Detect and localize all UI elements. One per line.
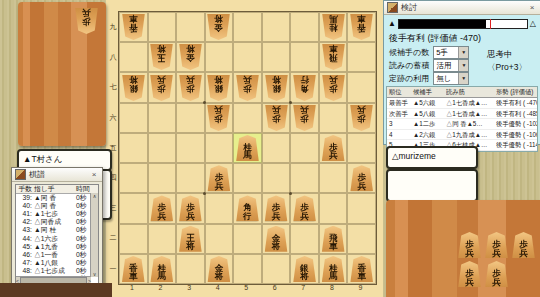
kifu-move-row[interactable]: 43:▲同 桂0秒	[16, 226, 98, 234]
sente-piece-金将[interactable]: 金将	[179, 44, 202, 70]
board-square-3八[interactable]: 金将	[176, 42, 205, 72]
piece-kanji: 金将	[215, 264, 224, 282]
board-square-9五[interactable]	[347, 133, 376, 163]
board-square-2五[interactable]	[148, 133, 177, 163]
chevron-down-icon[interactable]: ▼	[458, 73, 468, 84]
board-square-8三[interactable]	[319, 193, 348, 223]
gote-piece-金将[interactable]: 金将	[265, 226, 288, 252]
board-square-2九[interactable]	[148, 12, 177, 42]
analysis-window: 検討 × ▲ △ 後手有利 (評価値 -470) 候補手の数5手▼読みの蓄積活用…	[383, 0, 540, 145]
sente-piece-歩兵[interactable]: 歩兵	[293, 105, 316, 131]
board-square-2一[interactable]: 桂馬	[148, 254, 177, 284]
sente-piece-銀将[interactable]: 銀将	[207, 75, 230, 101]
gote-piece-歩兵[interactable]: 歩兵	[350, 165, 373, 191]
piece-kanji: 歩兵	[158, 203, 167, 221]
board-square-5六[interactable]	[233, 103, 262, 133]
sente-piece-飛車[interactable]: 飛車	[322, 44, 345, 70]
board-square-9八[interactable]	[347, 42, 376, 72]
piece-kanji: 歩兵	[465, 269, 474, 287]
sente-piece-玉将[interactable]: 玉将	[150, 44, 173, 70]
sente-piece-銀将[interactable]: 銀将	[122, 75, 145, 101]
shogi-board-grid[interactable]: 香車金将桂馬香車玉将金将飛車銀将歩兵歩兵銀将歩兵銀将角行歩兵歩兵歩兵歩兵歩兵桂馬…	[118, 11, 377, 285]
sente-piece-歩兵[interactable]: 歩兵	[75, 8, 98, 34]
board-square-1一[interactable]: 香車	[119, 254, 148, 284]
piece-kanji: 歩兵	[329, 75, 338, 93]
board-square-4六[interactable]: 歩兵	[205, 103, 234, 133]
board-square-4五[interactable]	[205, 133, 234, 163]
piece-kanji: 桂馬	[329, 264, 338, 282]
chevron-down-icon[interactable]: ▼	[458, 60, 468, 71]
kifu-move-row[interactable]: 48:△1七歩成0秒	[16, 267, 98, 275]
board-square-7九[interactable]	[290, 12, 319, 42]
kifu-move-row[interactable]: 44:△1六歩0秒	[16, 235, 98, 243]
piece-kanji: 歩兵	[492, 269, 501, 287]
board-square-1八[interactable]	[119, 42, 148, 72]
board-square-9四[interactable]: 歩兵	[347, 163, 376, 193]
board-square-5三[interactable]: 角行	[233, 193, 262, 223]
file-label-8: 8	[327, 284, 337, 291]
board-square-3二[interactable]: 王将	[176, 224, 205, 254]
board-square-5四[interactable]	[233, 163, 262, 193]
board-square-5五[interactable]: 桂馬	[233, 133, 262, 163]
board-square-4二[interactable]	[205, 224, 234, 254]
gote-piece-王将[interactable]: 王将	[179, 226, 202, 252]
board-square-4一[interactable]: 金将	[205, 254, 234, 284]
board-square-1七[interactable]: 銀将	[119, 72, 148, 102]
file-label-7: 7	[298, 284, 308, 291]
board-square-9一[interactable]: 香車	[347, 254, 376, 284]
board-square-8四[interactable]	[319, 163, 348, 193]
thinking-status: 思考中	[487, 49, 513, 61]
piece-kanji: 歩兵	[357, 173, 366, 191]
piece-kanji: 桂馬	[158, 264, 167, 282]
gote-piece-銀将[interactable]: 銀将	[293, 256, 316, 282]
rank-label-二: 二	[108, 233, 118, 243]
piece-kanji: 銀将	[215, 75, 224, 93]
kifu-move-list[interactable]: 手数指し手時間39:▲同 香0秒40:△同 香0秒41:▲1七歩0秒42:△同香…	[15, 184, 99, 285]
gote-piece-歩兵[interactable]: 歩兵	[179, 195, 202, 221]
board-square-8九[interactable]: 桂馬	[319, 12, 348, 42]
kifu-header: 手数指し手時間	[16, 185, 98, 194]
board-square-7七[interactable]: 角行	[290, 72, 319, 102]
board-square-8二[interactable]: 飛車	[319, 224, 348, 254]
piece-kanji: 金将	[186, 44, 195, 62]
file-label-1: 1	[127, 284, 137, 291]
setting-dropdown[interactable]: 5手▼	[433, 46, 469, 59]
board-square-3五[interactable]	[176, 133, 205, 163]
setting-dropdown[interactable]: 活用▼	[433, 59, 469, 72]
judgement-text: 後手有利 (評価値 -470)	[389, 32, 481, 45]
gote-name-plate: △murizeme	[386, 146, 478, 169]
piece-kanji: 玉将	[158, 44, 167, 62]
board-square-2八[interactable]: 玉将	[148, 42, 177, 72]
piece-kanji: 歩兵	[215, 173, 224, 191]
board-square-3九[interactable]	[176, 12, 205, 42]
kifu-titlebar[interactable]: 棋譜 ×	[12, 168, 102, 182]
gote-piece-歩兵[interactable]: 歩兵	[293, 195, 316, 221]
setting-label: 定跡の利用	[389, 73, 429, 84]
board-square-6六[interactable]: 歩兵	[262, 103, 291, 133]
setting-label: 読みの蓄積	[389, 60, 429, 71]
board-square-6一[interactable]	[262, 254, 291, 284]
setting-0: 候補手の数5手▼	[389, 46, 469, 58]
board-square-1四[interactable]	[119, 163, 148, 193]
sente-piece-香車[interactable]: 香車	[122, 14, 145, 40]
kifu-move-row[interactable]: 45:▲1九香0秒	[16, 243, 98, 251]
board-square-9九[interactable]: 香車	[347, 12, 376, 42]
board-square-8七[interactable]: 歩兵	[319, 72, 348, 102]
gote-marker-icon: △	[530, 19, 536, 28]
rank-label-七: 七	[108, 82, 118, 92]
gote-piece-香車[interactable]: 香車	[350, 256, 373, 282]
piece-kanji: 角行	[300, 75, 309, 93]
gote-piece-歩兵[interactable]: 歩兵	[207, 165, 230, 191]
sente-piece-歩兵[interactable]: 歩兵	[350, 105, 373, 131]
file-label-3: 3	[184, 284, 194, 291]
piece-kanji: 銀将	[300, 264, 309, 282]
sente-piece-香車[interactable]: 香車	[350, 14, 373, 40]
sente-piece-桂馬[interactable]: 桂馬	[322, 14, 345, 40]
piece-kanji: 角行	[243, 203, 252, 221]
piece-kanji: 桂馬	[243, 143, 252, 161]
gote-komadai: 歩兵歩兵歩兵歩兵歩兵	[386, 200, 540, 297]
kifu-window-title: 棋譜	[29, 169, 86, 180]
board-square-1二[interactable]	[119, 224, 148, 254]
board-square-8一[interactable]: 桂馬	[319, 254, 348, 284]
board-square-8八[interactable]: 飛車	[319, 42, 348, 72]
kifu-move-row[interactable]: 46:△1一香0秒	[16, 251, 98, 259]
board-square-3三[interactable]: 歩兵	[176, 193, 205, 223]
piece-kanji: 香車	[357, 14, 366, 32]
board-square-4九[interactable]: 金将	[205, 12, 234, 42]
scroll-down-icon[interactable]: ∨	[91, 271, 98, 277]
kifu-move-row[interactable]: 42:△同香成0秒	[16, 218, 98, 226]
board-square-9六[interactable]: 歩兵	[347, 103, 376, 133]
board-square-8五[interactable]: 歩兵	[319, 133, 348, 163]
sente-piece-銀将[interactable]: 銀将	[265, 75, 288, 101]
sente-piece-歩兵[interactable]: 歩兵	[236, 75, 259, 101]
piece-kanji: 香車	[129, 264, 138, 282]
star-point	[289, 101, 292, 104]
piece-kanji: 銀将	[272, 75, 281, 93]
piece-kanji: 飛車	[329, 234, 338, 252]
board-square-3四[interactable]	[176, 163, 205, 193]
sente-name: ▲T村さん	[23, 154, 63, 164]
board-square-9二[interactable]	[347, 224, 376, 254]
board-square-2六[interactable]	[148, 103, 177, 133]
board-square-4四[interactable]: 歩兵	[205, 163, 234, 193]
kifu-vertical-scrollbar[interactable]: ∧ ∨	[90, 193, 98, 277]
candidate-moves-table[interactable]: 順位候補手読み筋形勢 (評価値)最善手▲5六銀△1七香成▲…後手有利 ( -47…	[386, 86, 538, 152]
board-square-1三[interactable]	[119, 193, 148, 223]
piece-kanji: 歩兵	[215, 105, 224, 123]
sente-piece-歩兵[interactable]: 歩兵	[179, 75, 202, 101]
star-point	[203, 101, 206, 104]
setting-1: 読みの蓄積活用▼	[389, 59, 469, 71]
gote-piece-歩兵[interactable]: 歩兵	[265, 195, 288, 221]
sente-piece-歩兵[interactable]: 歩兵	[265, 105, 288, 131]
sente-piece-歩兵[interactable]: 歩兵	[207, 105, 230, 131]
board-square-7八[interactable]	[290, 42, 319, 72]
piece-kanji: 香車	[129, 14, 138, 32]
rank-label-九: 九	[108, 22, 118, 32]
board-square-6八[interactable]	[262, 42, 291, 72]
piece-kanji: 歩兵	[465, 240, 474, 258]
candidate-row[interactable]: 最善手▲5六銀△1七香成▲…後手有利 ( -470)	[387, 98, 537, 109]
board-square-4八[interactable]	[205, 42, 234, 72]
board-square-5七[interactable]: 歩兵	[233, 72, 262, 102]
gote-piece-歩兵[interactable]: 歩兵	[150, 195, 173, 221]
scroll-up-icon[interactable]: ∧	[91, 193, 98, 199]
gote-piece-歩兵[interactable]: 歩兵	[322, 135, 345, 161]
board-square-7四[interactable]	[290, 163, 319, 193]
piece-kanji: 歩兵	[300, 203, 309, 221]
piece-kanji: 飛車	[329, 44, 338, 62]
evaluation-marker	[490, 19, 492, 29]
board-square-3一[interactable]	[176, 254, 205, 284]
piece-kanji: 香車	[357, 264, 366, 282]
analysis-close-icon[interactable]: ×	[527, 3, 537, 12]
analysis-titlebar[interactable]: 検討 ×	[384, 1, 540, 15]
board-square-7六[interactable]: 歩兵	[290, 103, 319, 133]
piece-kanji: 歩兵	[300, 105, 309, 123]
sente-marker-icon: ▲	[388, 19, 396, 28]
kifu-window-icon	[15, 169, 26, 180]
file-label-5: 5	[241, 284, 251, 291]
board-square-6七[interactable]: 銀将	[262, 72, 291, 102]
evaluation-bar	[398, 19, 528, 29]
star-point	[203, 192, 206, 195]
piece-kanji: 歩兵	[492, 240, 501, 258]
board-square-9三[interactable]	[347, 193, 376, 223]
gote-piece-飛車[interactable]: 飛車	[322, 226, 345, 252]
file-label-2: 2	[156, 284, 166, 291]
piece-kanji: 歩兵	[329, 143, 338, 161]
piece-kanji: 歩兵	[158, 75, 167, 93]
candidate-row[interactable]: 次善手▲5八銀△1七香成▲…後手有利 ( -485)	[387, 109, 537, 120]
sente-piece-金将[interactable]: 金将	[207, 14, 230, 40]
gote-piece-桂馬[interactable]: 桂馬	[236, 135, 259, 161]
evaluation-bar-fill	[399, 20, 486, 28]
kifu-move-row[interactable]: 47:▲1八銀0秒	[16, 259, 98, 267]
chevron-down-icon[interactable]: ▼	[458, 47, 468, 58]
kifu-move-row[interactable]: 40:△同 香0秒	[16, 202, 98, 210]
analysis-window-title: 検討	[401, 2, 524, 13]
board-square-4七[interactable]: 銀将	[205, 72, 234, 102]
gote-piece-桂馬[interactable]: 桂馬	[150, 256, 173, 282]
board-square-2七[interactable]: 歩兵	[148, 72, 177, 102]
board-square-1六[interactable]	[119, 103, 148, 133]
board-square-6二[interactable]: 金将	[262, 224, 291, 254]
piece-kanji: 王将	[186, 234, 195, 252]
board-square-6三[interactable]: 歩兵	[262, 193, 291, 223]
sente-piece-歩兵[interactable]: 歩兵	[322, 75, 345, 101]
board-square-7二[interactable]	[290, 224, 319, 254]
piece-kanji: 金将	[272, 234, 281, 252]
board-square-2四[interactable]	[148, 163, 177, 193]
piece-kanji: 歩兵	[82, 8, 91, 26]
board-square-7五[interactable]	[290, 133, 319, 163]
gote-piece-歩兵[interactable]: 歩兵	[485, 261, 508, 287]
piece-kanji: 歩兵	[186, 75, 195, 93]
board-square-1九[interactable]: 香車	[119, 12, 148, 42]
board-square-9七[interactable]	[347, 72, 376, 102]
gote-piece-歩兵[interactable]: 歩兵	[458, 232, 481, 258]
gote-piece-角行[interactable]: 角行	[236, 195, 259, 221]
piece-kanji: 歩兵	[272, 203, 281, 221]
board-square-3七[interactable]: 歩兵	[176, 72, 205, 102]
rank-label-一: 一	[108, 264, 118, 274]
gote-comment-box	[386, 169, 478, 202]
rank-label-八: 八	[108, 52, 118, 62]
piece-kanji: 銀将	[129, 75, 138, 93]
candidate-row[interactable]: 3▲1二歩△同 香▲5…後手優勢 ( -1026)	[387, 119, 537, 130]
analysis-window-icon	[387, 2, 398, 13]
board-square-6四[interactable]	[262, 163, 291, 193]
piece-kanji: 歩兵	[357, 105, 366, 123]
engine-level: 〈Pro+3〉	[487, 62, 527, 74]
sente-komadai: 歩兵	[18, 2, 106, 146]
gote-piece-桂馬[interactable]: 桂馬	[322, 256, 345, 282]
board-square-5二[interactable]	[233, 224, 262, 254]
board-square-7一[interactable]: 銀将	[290, 254, 319, 284]
sente-piece-歩兵[interactable]: 歩兵	[150, 75, 173, 101]
gote-piece-歩兵[interactable]: 歩兵	[485, 232, 508, 258]
gote-piece-金将[interactable]: 金将	[207, 256, 230, 282]
piece-kanji: 歩兵	[272, 105, 281, 123]
piece-kanji: 桂馬	[329, 14, 338, 32]
star-point	[289, 192, 292, 195]
piece-kanji: 金将	[215, 14, 224, 32]
gote-name: △murizeme	[392, 151, 436, 161]
kifu-move-row[interactable]: 39:▲同 香0秒	[16, 194, 98, 202]
board-square-5九[interactable]	[233, 12, 262, 42]
board-square-6九[interactable]	[262, 12, 291, 42]
kifu-close-icon[interactable]: ×	[89, 170, 99, 179]
file-label-6: 6	[270, 284, 280, 291]
gote-piece-歩兵[interactable]: 歩兵	[512, 232, 535, 258]
candidate-row[interactable]: 4▲2六銀△1九香成▲…後手優勢 ( -1065)	[387, 130, 537, 141]
piece-kanji: 歩兵	[243, 75, 252, 93]
file-label-4: 4	[213, 284, 223, 291]
sente-piece-角行[interactable]: 角行	[293, 75, 316, 101]
gote-piece-歩兵[interactable]: 歩兵	[458, 261, 481, 287]
board-square-4三[interactable]	[205, 193, 234, 223]
board-square-1五[interactable]	[119, 133, 148, 163]
board-square-8六[interactable]	[319, 103, 348, 133]
board-square-5一[interactable]	[233, 254, 262, 284]
board-square-6五[interactable]	[262, 133, 291, 163]
board-square-2二[interactable]	[148, 224, 177, 254]
board-square-2三[interactable]: 歩兵	[148, 193, 177, 223]
piece-kanji: 歩兵	[186, 203, 195, 221]
gote-piece-香車[interactable]: 香車	[122, 256, 145, 282]
board-square-3六[interactable]	[176, 103, 205, 133]
setting-2: 定跡の利用無し▼	[389, 72, 469, 84]
tatami-edge	[0, 283, 112, 297]
board-square-5八[interactable]	[233, 42, 262, 72]
piece-kanji: 歩兵	[519, 240, 528, 258]
rank-label-六: 六	[108, 113, 118, 123]
kifu-move-row[interactable]: 41:▲1七歩0秒	[16, 210, 98, 218]
file-label-9: 9	[355, 284, 365, 291]
setting-dropdown[interactable]: 無し▼	[433, 72, 469, 85]
setting-label: 候補手の数	[389, 47, 429, 58]
kifu-window: 棋譜 × 手数指し手時間39:▲同 香0秒40:△同 香0秒41:▲1七歩0秒4…	[11, 167, 103, 289]
candidates-header: 順位候補手読み筋形勢 (評価値)	[387, 87, 537, 98]
board-square-7三[interactable]: 歩兵	[290, 193, 319, 223]
